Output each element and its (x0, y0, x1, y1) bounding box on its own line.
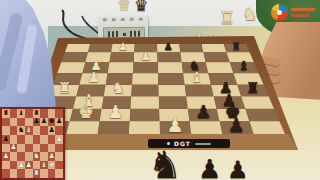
diagram-square (2, 126, 10, 135)
diagram-square (10, 118, 18, 127)
board-3d-piece-p: ♟ (228, 115, 245, 134)
board-3d-piece-R: ♜ (58, 82, 72, 97)
diagram-square (25, 144, 33, 153)
diagram-square (17, 144, 25, 153)
diagram-piece-p: ♟ (40, 118, 48, 127)
position-diagram-overlay: ♜♝♜♟♟♚♟♞♝♟♟♟♟♟♞♟♟♟♝♚♜ (0, 107, 65, 180)
diagram-square (40, 152, 48, 161)
pinwheel-logo-icon (271, 4, 288, 21)
diagram-square (17, 152, 25, 161)
diagram-square (25, 169, 33, 178)
diagram-square (25, 118, 33, 127)
diagram-square (55, 152, 63, 161)
board-3d-piece-P: ♟ (167, 115, 184, 134)
board-3d-piece-p: ♟ (195, 104, 211, 122)
diagram-square (40, 109, 48, 118)
diagram-piece-P: ♟ (17, 161, 25, 170)
diagram-square (33, 144, 41, 153)
diagram-square (10, 169, 18, 178)
diagram-square (2, 161, 10, 170)
diagram-piece-r: ♜ (33, 109, 41, 118)
diagram-square (25, 135, 33, 144)
diagram-square (2, 118, 10, 127)
diagram-square (40, 144, 48, 153)
diagram-board-grid: ♜♝♜♟♟♚♟♞♝♟♟♟♟♟♞♟♟♟♝♚♜ (2, 109, 63, 178)
diagram-square (40, 135, 48, 144)
diagram-piece-P: ♟ (55, 135, 63, 144)
broadcaster-logo (271, 2, 319, 28)
diagram-square (55, 126, 63, 135)
diagram-square (10, 109, 18, 118)
captured-black-pawn: ♟ (198, 156, 221, 180)
diagram-piece-P: ♟ (10, 144, 18, 153)
diagram-square (17, 169, 25, 178)
diagram-square (25, 152, 33, 161)
diagram-piece-P: ♟ (48, 152, 56, 161)
diagram-square (10, 161, 18, 170)
shirt-fold (16, 24, 38, 95)
board-3d-piece-K: ♚ (78, 104, 94, 122)
diagram-piece-R: ♜ (33, 169, 41, 178)
diagram-square (10, 126, 18, 135)
diagram-square (48, 109, 56, 118)
diagram-square (40, 169, 48, 178)
diagram-square (17, 135, 25, 144)
diagram-square (55, 169, 63, 178)
diagram-square (40, 126, 48, 135)
diagram-square (17, 118, 25, 127)
diagram-piece-B: ♝ (40, 161, 48, 170)
diagram-square (10, 152, 18, 161)
logo-text-line (291, 14, 310, 17)
diagram-square (33, 126, 41, 135)
diagram-piece-N: ♞ (33, 152, 41, 161)
board-3d-piece-r: ♜ (246, 82, 260, 97)
diagram-square (55, 144, 63, 153)
diagram-square (55, 161, 63, 170)
diagram-square (48, 144, 56, 153)
diagram-square (48, 135, 56, 144)
board-3d-piece-P: ♟ (107, 104, 123, 122)
captured-black-knight: ♞ (148, 146, 182, 180)
captured-black-pawn: ♟ (227, 158, 249, 180)
board-3d-piece-N: ♞ (111, 82, 125, 97)
diagram-piece-P: ♟ (25, 161, 33, 170)
diagram-piece-P: ♟ (2, 152, 10, 161)
diagram-piece-p: ♟ (2, 135, 10, 144)
diagram-piece-K: ♚ (48, 161, 56, 170)
logo-text-line (291, 8, 315, 11)
diagram-square (2, 144, 10, 153)
diagram-square (2, 169, 10, 178)
diagram-square (48, 169, 56, 178)
diagram-piece-n: ♞ (17, 126, 25, 135)
diagram-piece-p: ♟ (33, 118, 41, 127)
diagram-piece-B: ♝ (25, 126, 33, 135)
diagram-piece-k: ♚ (48, 118, 56, 127)
diagram-piece-r: ♜ (2, 109, 10, 118)
diagram-square (55, 109, 63, 118)
diagram-piece-p: ♟ (55, 118, 63, 127)
diagram-piece-b: ♝ (17, 109, 25, 118)
diagram-piece-p: ♟ (48, 126, 56, 135)
diagram-square (25, 109, 33, 118)
diagram-square (33, 135, 41, 144)
